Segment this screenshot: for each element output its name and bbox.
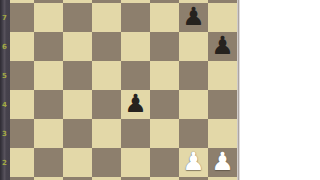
black-pawn-e4[interactable]: ♟ xyxy=(124,91,146,116)
square-h6[interactable]: ♟ xyxy=(208,32,237,61)
rank-label-3: 3 xyxy=(2,130,7,137)
square-f7[interactable] xyxy=(150,3,179,32)
square-b3[interactable] xyxy=(34,119,63,148)
square-f5[interactable] xyxy=(150,61,179,90)
square-b5[interactable] xyxy=(34,61,63,90)
square-e2[interactable] xyxy=(121,148,150,177)
square-c5[interactable] xyxy=(63,61,92,90)
square-g4[interactable] xyxy=(179,90,208,119)
square-e3[interactable] xyxy=(121,119,150,148)
square-c7[interactable] xyxy=(63,3,92,32)
square-f4[interactable] xyxy=(150,90,179,119)
chess-board: ♟♟♟♟♟ xyxy=(5,0,237,180)
square-h1[interactable] xyxy=(208,177,237,180)
square-c4[interactable] xyxy=(63,90,92,119)
square-c1[interactable] xyxy=(63,177,92,180)
square-g1[interactable] xyxy=(179,177,208,180)
square-d2[interactable] xyxy=(92,148,121,177)
square-g6[interactable] xyxy=(179,32,208,61)
square-b7[interactable] xyxy=(34,3,63,32)
square-f3[interactable] xyxy=(150,119,179,148)
square-b2[interactable] xyxy=(34,148,63,177)
square-f2[interactable] xyxy=(150,148,179,177)
square-e5[interactable] xyxy=(121,61,150,90)
square-g2[interactable]: ♟ xyxy=(179,148,208,177)
square-c3[interactable] xyxy=(63,119,92,148)
square-b4[interactable] xyxy=(34,90,63,119)
square-e6[interactable] xyxy=(121,32,150,61)
black-pawn-h6[interactable]: ♟ xyxy=(211,33,233,58)
square-b6[interactable] xyxy=(34,32,63,61)
square-d1[interactable] xyxy=(92,177,121,180)
square-d3[interactable] xyxy=(92,119,121,148)
square-h2[interactable]: ♟ xyxy=(208,148,237,177)
square-g5[interactable] xyxy=(179,61,208,90)
square-d5[interactable] xyxy=(92,61,121,90)
square-c2[interactable] xyxy=(63,148,92,177)
black-pawn-g7[interactable]: ♟ xyxy=(182,4,204,29)
white-pawn-h2[interactable]: ♟ xyxy=(211,149,233,174)
square-e4[interactable]: ♟ xyxy=(121,90,150,119)
rank-label-7: 7 xyxy=(2,14,7,21)
white-pawn-g2[interactable]: ♟ xyxy=(182,149,204,174)
square-e7[interactable] xyxy=(121,3,150,32)
square-h7[interactable] xyxy=(208,3,237,32)
square-h3[interactable] xyxy=(208,119,237,148)
square-h5[interactable] xyxy=(208,61,237,90)
page: ♟♟♟♟♟ 765432 xyxy=(0,0,320,180)
rank-label-2: 2 xyxy=(2,159,7,166)
square-h4[interactable] xyxy=(208,90,237,119)
square-f1[interactable] xyxy=(150,177,179,180)
rank-coordinate-strip: 765432 xyxy=(0,0,10,180)
rank-label-6: 6 xyxy=(2,43,7,50)
square-f6[interactable] xyxy=(150,32,179,61)
square-e1[interactable] xyxy=(121,177,150,180)
square-b1[interactable] xyxy=(34,177,63,180)
rank-label-5: 5 xyxy=(2,72,7,79)
square-g7[interactable]: ♟ xyxy=(179,3,208,32)
square-d7[interactable] xyxy=(92,3,121,32)
square-d6[interactable] xyxy=(92,32,121,61)
board-right-border xyxy=(237,0,240,180)
rank-label-4: 4 xyxy=(2,101,7,108)
square-c6[interactable] xyxy=(63,32,92,61)
square-g3[interactable] xyxy=(179,119,208,148)
square-d4[interactable] xyxy=(92,90,121,119)
